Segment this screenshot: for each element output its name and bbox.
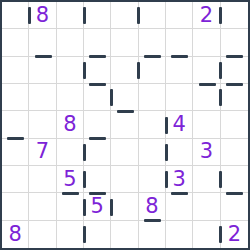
cell-r4c4[interactable] — [111, 111, 138, 138]
cell-r1c2[interactable] — [57, 29, 84, 56]
cell-r8c7[interactable] — [193, 221, 220, 248]
cell-r0c8[interactable] — [221, 2, 248, 29]
cell-r7c8[interactable] — [221, 193, 248, 220]
cell-r8c0[interactable]: 8 — [2, 221, 29, 248]
cell-r1c6[interactable] — [166, 29, 193, 56]
wall-horizontal-r6-c6 — [171, 192, 188, 195]
wall-vertical-r8-c2 — [83, 226, 86, 243]
cell-r4c7[interactable] — [193, 111, 220, 138]
cell-r1c0[interactable] — [2, 29, 29, 56]
cell-r3c5[interactable] — [139, 84, 166, 111]
cell-r6c6[interactable]: 3 — [166, 166, 193, 193]
cell-r7c6[interactable] — [166, 193, 193, 220]
wall-horizontal-r1-c5 — [144, 55, 161, 58]
wall-horizontal-r4-c3 — [89, 137, 106, 140]
wall-horizontal-r2-c7 — [199, 83, 216, 86]
cell-r1c5[interactable] — [139, 29, 166, 56]
cell-r7c2[interactable] — [57, 193, 84, 220]
wall-horizontal-r6-c2 — [62, 192, 79, 195]
cell-r2c4[interactable] — [111, 57, 138, 84]
cell-r0c3[interactable] — [84, 2, 111, 29]
cell-r0c5[interactable] — [139, 2, 166, 29]
wall-vertical-r7-c3 — [110, 199, 113, 216]
cell-r8c6[interactable] — [166, 221, 193, 248]
wall-vertical-r2-c7 — [219, 62, 222, 79]
wall-horizontal-r1-c6 — [171, 55, 188, 58]
cell-r5c7[interactable]: 3 — [193, 139, 220, 166]
cell-r0c6[interactable] — [166, 2, 193, 29]
wall-horizontal-r3-c4 — [117, 110, 134, 113]
cell-r6c2[interactable]: 5 — [57, 166, 84, 193]
cell-r3c8[interactable] — [221, 84, 248, 111]
wall-vertical-r7-c2 — [83, 199, 86, 216]
wall-vertical-r2-c2 — [83, 62, 86, 79]
cell-r6c8[interactable] — [221, 166, 248, 193]
cell-r1c8[interactable] — [221, 29, 248, 56]
wall-horizontal-r1-c3 — [89, 55, 106, 58]
cell-r7c1[interactable] — [29, 193, 56, 220]
cell-r4c0[interactable] — [2, 111, 29, 138]
wall-horizontal-r2-c8 — [226, 83, 243, 86]
cell-r0c1[interactable]: 8 — [29, 2, 56, 29]
cell-r4c1[interactable] — [29, 111, 56, 138]
wall-vertical-r0-c0 — [28, 7, 31, 24]
cell-r2c3[interactable] — [84, 57, 111, 84]
cell-r2c1[interactable] — [29, 57, 56, 84]
wall-vertical-r8-c7 — [219, 226, 222, 243]
cell-r2c2[interactable] — [57, 57, 84, 84]
cell-r5c5[interactable] — [139, 139, 166, 166]
cell-r7c3[interactable]: 5 — [84, 193, 111, 220]
cell-r1c1[interactable] — [29, 29, 56, 56]
cell-r0c2[interactable] — [57, 2, 84, 29]
cell-r6c4[interactable] — [111, 166, 138, 193]
wall-horizontal-r4-c0 — [7, 137, 24, 140]
cell-r3c3[interactable] — [84, 84, 111, 111]
wall-vertical-r4-c5 — [165, 117, 168, 134]
cell-r5c8[interactable] — [221, 139, 248, 166]
wall-vertical-r0-c2 — [83, 7, 86, 24]
cell-r3c6[interactable] — [166, 84, 193, 111]
cell-r4c5[interactable] — [139, 111, 166, 138]
cell-r1c3[interactable] — [84, 29, 111, 56]
cell-r2c0[interactable] — [2, 57, 29, 84]
wall-horizontal-r1-c8 — [226, 55, 243, 58]
cell-r5c1[interactable]: 7 — [29, 139, 56, 166]
cell-r0c0[interactable] — [2, 2, 29, 29]
cell-r8c8[interactable]: 2 — [221, 221, 248, 248]
cell-r1c4[interactable] — [111, 29, 138, 56]
cell-r4c2[interactable]: 8 — [57, 111, 84, 138]
cell-r7c0[interactable] — [2, 193, 29, 220]
cell-r7c5[interactable]: 8 — [139, 193, 166, 220]
cell-r6c7[interactable] — [193, 166, 220, 193]
cell-r8c4[interactable] — [111, 221, 138, 248]
cell-r1c7[interactable] — [193, 29, 220, 56]
cell-r5c2[interactable] — [57, 139, 84, 166]
cell-r8c2[interactable] — [57, 221, 84, 248]
wall-horizontal-r7-c5 — [144, 219, 161, 222]
cell-r4c8[interactable] — [221, 111, 248, 138]
cell-r6c3[interactable] — [84, 166, 111, 193]
wall-vertical-r0-c7 — [219, 7, 222, 24]
wall-vertical-r6-c7 — [219, 171, 222, 188]
cell-r8c3[interactable] — [84, 221, 111, 248]
wall-horizontal-r6-c8 — [226, 192, 243, 195]
cell-r6c1[interactable] — [29, 166, 56, 193]
cell-r4c3[interactable] — [84, 111, 111, 138]
cell-r5c0[interactable] — [2, 139, 29, 166]
cell-r3c7[interactable] — [193, 84, 220, 111]
cell-r2c7[interactable] — [193, 57, 220, 84]
cell-r8c5[interactable] — [139, 221, 166, 248]
cell-r2c8[interactable] — [221, 57, 248, 84]
cell-r6c5[interactable] — [139, 166, 166, 193]
sudoku-board: 828473535882 — [0, 0, 250, 250]
cell-r6c0[interactable] — [2, 166, 29, 193]
cell-r2c5[interactable] — [139, 57, 166, 84]
wall-vertical-r2-c4 — [137, 62, 140, 79]
wall-vertical-r6-c2 — [83, 171, 86, 188]
wall-vertical-r5-c2 — [83, 144, 86, 161]
cell-r0c4[interactable] — [111, 2, 138, 29]
cell-r5c6[interactable] — [166, 139, 193, 166]
wall-vertical-r3-c7 — [219, 89, 222, 106]
wall-vertical-r5-c5 — [165, 144, 168, 161]
wall-horizontal-r1-c1 — [35, 55, 52, 58]
wall-horizontal-r2-c3 — [89, 83, 106, 86]
cell-r5c4[interactable] — [111, 139, 138, 166]
cell-r8c1[interactable] — [29, 221, 56, 248]
cell-r0c7[interactable]: 2 — [193, 2, 220, 29]
wall-vertical-r3-c3 — [110, 89, 113, 106]
cell-r3c2[interactable] — [57, 84, 84, 111]
wall-vertical-r0-c4 — [137, 7, 140, 24]
cell-r3c4[interactable] — [111, 84, 138, 111]
cell-r3c1[interactable] — [29, 84, 56, 111]
cell-r7c7[interactable] — [193, 193, 220, 220]
cell-r7c4[interactable] — [111, 193, 138, 220]
wall-vertical-r6-c5 — [165, 171, 168, 188]
cell-r2c6[interactable] — [166, 57, 193, 84]
cell-r5c3[interactable] — [84, 139, 111, 166]
cell-r4c6[interactable]: 4 — [166, 111, 193, 138]
wall-horizontal-r6-c3 — [89, 192, 106, 195]
cell-r3c0[interactable] — [2, 84, 29, 111]
